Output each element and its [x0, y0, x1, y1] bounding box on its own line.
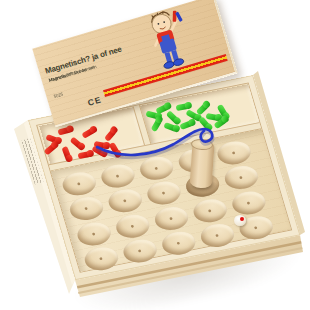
board-well — [60, 169, 99, 197]
board-well — [229, 188, 268, 216]
board-well — [137, 154, 176, 182]
board-well — [113, 212, 152, 240]
well-center-dot — [177, 242, 180, 245]
well-center-dot — [169, 217, 172, 220]
well-center-dot — [154, 166, 157, 169]
board-well — [82, 244, 121, 272]
well-center-dot — [116, 174, 119, 177]
well-center-dot — [138, 249, 141, 252]
well-center-dot — [254, 226, 257, 229]
well-center-dot — [215, 234, 218, 237]
board-well — [214, 138, 253, 166]
board-well — [121, 237, 160, 265]
well-center-dot — [92, 232, 95, 235]
board-well — [98, 161, 137, 189]
board-well — [159, 229, 198, 257]
well-center-dot — [208, 209, 211, 212]
product-photo-magnetic-game: Magnetisch? ja of nee Magnetic? Yes or n… — [0, 0, 310, 310]
lid-item-number: 5025 — [53, 92, 63, 99]
well-center-dot — [130, 224, 133, 227]
well-center-dot — [77, 182, 80, 185]
board-well — [106, 187, 145, 215]
board-well — [75, 219, 114, 247]
well-center-dot — [123, 199, 126, 202]
board-well — [67, 194, 106, 222]
well-center-dot — [232, 151, 235, 154]
well-center-dot — [99, 257, 102, 260]
white-bead — [234, 215, 246, 226]
board-well — [145, 179, 184, 207]
well-center-dot — [239, 176, 242, 179]
well-center-dot — [84, 207, 87, 210]
board-well — [152, 204, 191, 232]
well-center-dot — [247, 201, 250, 204]
board-well — [191, 196, 230, 224]
bead-red-dot — [240, 217, 244, 221]
board-well — [222, 163, 261, 191]
well-center-dot — [162, 192, 165, 195]
ce-mark: CE — [87, 94, 103, 108]
board-well — [198, 221, 237, 249]
